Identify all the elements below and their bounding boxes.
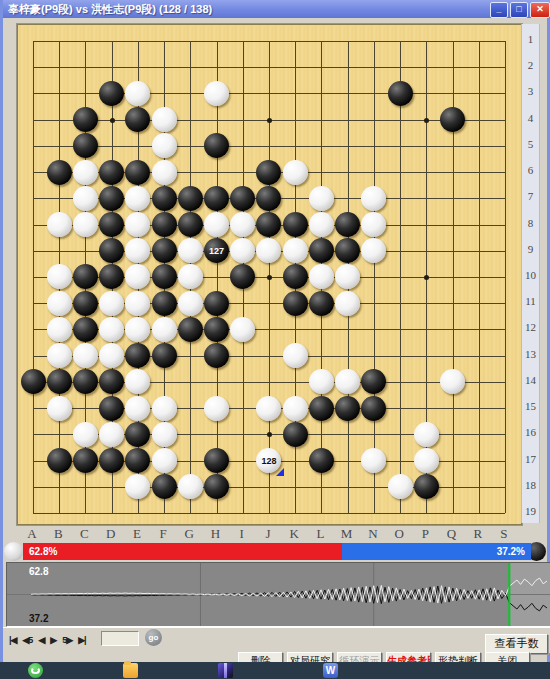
navigation-toolbar: |◀◀5◀▶5▶▶| bbox=[3, 627, 550, 653]
white-stone bbox=[73, 186, 98, 211]
white-stone bbox=[204, 81, 229, 106]
white-stone bbox=[309, 369, 334, 394]
white-stone: 128 bbox=[256, 448, 281, 473]
move-number-label: 127 bbox=[209, 246, 224, 256]
black-stone bbox=[230, 264, 255, 289]
star-point bbox=[110, 118, 115, 123]
white-stone bbox=[73, 212, 98, 237]
black-stone bbox=[361, 369, 386, 394]
row-number-label: 2 bbox=[522, 59, 539, 71]
black-stone bbox=[440, 107, 465, 132]
graph-white-value-label: 62.8 bbox=[29, 566, 48, 577]
white-stone bbox=[230, 238, 255, 263]
row-number-label: 6 bbox=[522, 164, 539, 176]
black-stone bbox=[414, 474, 439, 499]
column-letter-label: I bbox=[232, 526, 252, 542]
grid-line-v bbox=[400, 41, 401, 513]
white-stone bbox=[309, 264, 334, 289]
row-number-label: 14 bbox=[522, 374, 539, 386]
grid-line-v bbox=[479, 41, 480, 513]
close-button[interactable]: ✕ bbox=[530, 2, 550, 18]
white-stone bbox=[414, 448, 439, 473]
white-stone bbox=[335, 369, 360, 394]
white-stone bbox=[47, 291, 72, 316]
white-stone bbox=[73, 160, 98, 185]
row-number-label: 12 bbox=[522, 321, 539, 333]
white-stone bbox=[99, 291, 124, 316]
column-letter-label: N bbox=[363, 526, 383, 542]
column-letter-label: O bbox=[389, 526, 409, 542]
star-point bbox=[267, 275, 272, 280]
white-stone bbox=[309, 186, 334, 211]
black-stone bbox=[178, 317, 203, 342]
nav-button[interactable]: ▶| bbox=[78, 635, 85, 645]
column-letter-label: S bbox=[494, 526, 514, 542]
row-number-label: 17 bbox=[522, 453, 539, 465]
black-stone bbox=[256, 186, 281, 211]
white-stone bbox=[256, 396, 281, 421]
row-number-label: 18 bbox=[522, 479, 539, 491]
black-stone bbox=[335, 238, 360, 263]
black-win-rate-segment: 37.2% bbox=[342, 543, 531, 560]
black-stone bbox=[47, 369, 72, 394]
black-stone bbox=[99, 212, 124, 237]
row-number-label: 15 bbox=[522, 400, 539, 412]
white-stone bbox=[152, 317, 177, 342]
white-stone bbox=[73, 343, 98, 368]
white-stone bbox=[152, 133, 177, 158]
move-number-label: 128 bbox=[261, 456, 276, 466]
white-stone bbox=[335, 264, 360, 289]
white-stone bbox=[99, 422, 124, 447]
black-stone bbox=[309, 238, 334, 263]
white-stone bbox=[47, 212, 72, 237]
column-letter-label: P bbox=[415, 526, 435, 542]
white-stone bbox=[73, 422, 98, 447]
row-coordinates-strip: 12345678910111213141516171819 bbox=[521, 24, 540, 523]
black-stone bbox=[204, 317, 229, 342]
white-stone bbox=[283, 396, 308, 421]
row-number-label: 8 bbox=[522, 217, 539, 229]
white-stone bbox=[440, 369, 465, 394]
black-win-rate-label: 37.2% bbox=[497, 546, 525, 557]
win-rate-bar: 62.8% 37.2% bbox=[23, 543, 531, 560]
black-stone bbox=[388, 81, 413, 106]
black-stone bbox=[152, 212, 177, 237]
black-stone bbox=[125, 422, 150, 447]
black-stone bbox=[125, 107, 150, 132]
white-player-stone-icon bbox=[4, 542, 23, 561]
black-stone bbox=[309, 291, 334, 316]
wps-w-icon[interactable]: W bbox=[323, 663, 338, 678]
black-stone bbox=[99, 238, 124, 263]
row-number-label: 1 bbox=[522, 33, 539, 45]
white-stone bbox=[256, 238, 281, 263]
star-point bbox=[267, 118, 272, 123]
black-stone bbox=[125, 160, 150, 185]
black-stone: 127 bbox=[204, 238, 229, 263]
white-stone bbox=[388, 474, 413, 499]
black-stone bbox=[47, 448, 72, 473]
black-stone bbox=[125, 343, 150, 368]
white-stone bbox=[361, 212, 386, 237]
black-stone bbox=[21, 369, 46, 394]
white-stone bbox=[283, 343, 308, 368]
black-stone bbox=[125, 448, 150, 473]
black-stone bbox=[73, 107, 98, 132]
black-stone bbox=[283, 291, 308, 316]
white-stone bbox=[204, 396, 229, 421]
white-stone bbox=[152, 422, 177, 447]
black-stone bbox=[256, 160, 281, 185]
white-stone bbox=[309, 212, 334, 237]
white-stone bbox=[335, 291, 360, 316]
move-number-input[interactable] bbox=[101, 631, 139, 646]
white-win-rate-label: 62.8% bbox=[29, 546, 57, 557]
black-stone bbox=[204, 448, 229, 473]
white-stone bbox=[361, 186, 386, 211]
white-stone bbox=[204, 212, 229, 237]
view-move-numbers-button[interactable]: 查看手数 bbox=[485, 634, 548, 654]
black-stone bbox=[204, 133, 229, 158]
black-stone bbox=[335, 212, 360, 237]
black-stone bbox=[256, 212, 281, 237]
column-letter-label: M bbox=[337, 526, 357, 542]
black-stone bbox=[204, 186, 229, 211]
black-stone bbox=[178, 212, 203, 237]
grid-line-v bbox=[374, 41, 375, 513]
nav-button[interactable]: ◀5 bbox=[22, 635, 32, 645]
row-number-label: 5 bbox=[522, 138, 539, 150]
white-stone bbox=[99, 343, 124, 368]
white-stone bbox=[47, 343, 72, 368]
black-stone bbox=[73, 133, 98, 158]
white-stone bbox=[152, 107, 177, 132]
black-stone bbox=[309, 396, 334, 421]
white-stone bbox=[178, 474, 203, 499]
row-number-label: 13 bbox=[522, 348, 539, 360]
white-stone bbox=[178, 291, 203, 316]
white-stone bbox=[152, 448, 177, 473]
column-letter-label: A bbox=[22, 526, 42, 542]
green-browser-icon[interactable] bbox=[28, 663, 43, 678]
black-stone bbox=[152, 186, 177, 211]
black-stone bbox=[99, 186, 124, 211]
column-letter-label: B bbox=[48, 526, 68, 542]
row-number-label: 3 bbox=[522, 85, 539, 97]
column-letter-label: R bbox=[468, 526, 488, 542]
black-stone bbox=[230, 186, 255, 211]
white-stone bbox=[283, 238, 308, 263]
white-stone bbox=[125, 474, 150, 499]
black-stone bbox=[152, 343, 177, 368]
row-number-label: 19 bbox=[522, 505, 539, 517]
black-stone bbox=[283, 422, 308, 447]
window-title: 辜梓豪(P9段) vs 洪性志(P9段) (128 / 138) bbox=[3, 2, 212, 17]
black-stone bbox=[99, 81, 124, 106]
white-stone bbox=[414, 422, 439, 447]
white-stone bbox=[47, 396, 72, 421]
black-stone bbox=[361, 396, 386, 421]
black-stone bbox=[99, 264, 124, 289]
black-stone bbox=[204, 343, 229, 368]
white-stone bbox=[230, 317, 255, 342]
white-stone bbox=[125, 186, 150, 211]
column-letter-label: D bbox=[101, 526, 121, 542]
star-point bbox=[424, 118, 429, 123]
maximize-button[interactable]: □ bbox=[510, 2, 528, 18]
nav-buttons: |◀◀5◀▶5▶▶| bbox=[3, 629, 86, 646]
row-number-label: 9 bbox=[522, 243, 539, 255]
go-analysis-window: 辜梓豪(P9段) vs 洪性志(P9段) (128 / 138) _ □ ✕ 1… bbox=[0, 0, 550, 662]
black-stone bbox=[73, 291, 98, 316]
star-point bbox=[424, 275, 429, 280]
column-letter-label: F bbox=[153, 526, 173, 542]
white-stone bbox=[178, 238, 203, 263]
white-stone bbox=[125, 396, 150, 421]
white-stone bbox=[125, 81, 150, 106]
white-stone bbox=[125, 317, 150, 342]
white-stone bbox=[125, 291, 150, 316]
white-stone bbox=[47, 264, 72, 289]
white-stone bbox=[230, 212, 255, 237]
black-stone bbox=[204, 474, 229, 499]
nav-button[interactable]: ▶ bbox=[50, 635, 56, 645]
white-stone bbox=[283, 160, 308, 185]
black-stone bbox=[73, 317, 98, 342]
white-stone bbox=[47, 317, 72, 342]
black-stone bbox=[99, 448, 124, 473]
row-number-label: 7 bbox=[522, 190, 539, 202]
black-stone bbox=[283, 212, 308, 237]
white-stone bbox=[125, 264, 150, 289]
column-letter-label: Q bbox=[442, 526, 462, 542]
grid-line-h bbox=[33, 513, 505, 514]
grid-line-v bbox=[505, 41, 506, 513]
black-stone bbox=[99, 396, 124, 421]
row-number-label: 11 bbox=[522, 295, 539, 307]
minimize-button[interactable]: _ bbox=[490, 2, 508, 18]
white-stone bbox=[125, 212, 150, 237]
row-number-label: 16 bbox=[522, 426, 539, 438]
graph-black-value-label: 37.2 bbox=[29, 613, 48, 624]
white-stone bbox=[152, 160, 177, 185]
black-stone bbox=[73, 369, 98, 394]
white-stone bbox=[125, 238, 150, 263]
white-stone bbox=[99, 317, 124, 342]
screen: 辜梓豪(P9段) vs 洪性志(P9段) (128 / 138) _ □ ✕ 1… bbox=[0, 0, 550, 679]
row-number-label: 4 bbox=[522, 112, 539, 124]
white-stone bbox=[361, 238, 386, 263]
black-stone bbox=[152, 291, 177, 316]
white-stone bbox=[178, 264, 203, 289]
last-move-triangle-marker bbox=[276, 468, 284, 476]
black-stone bbox=[204, 291, 229, 316]
white-stone bbox=[152, 396, 177, 421]
go-board[interactable]: 127128 bbox=[17, 24, 522, 525]
win-rate-graph[interactable]: 62.8 37.2 bbox=[6, 562, 550, 627]
black-stone bbox=[152, 474, 177, 499]
black-stone bbox=[309, 448, 334, 473]
archive-icon[interactable] bbox=[218, 663, 233, 678]
black-stone bbox=[99, 160, 124, 185]
column-letter-label: G bbox=[179, 526, 199, 542]
go-button[interactable]: go bbox=[145, 629, 162, 646]
column-letter-label: J bbox=[258, 526, 278, 542]
nav-button[interactable]: |◀ bbox=[9, 635, 16, 645]
black-stone bbox=[47, 160, 72, 185]
black-stone bbox=[99, 369, 124, 394]
column-letter-label: L bbox=[310, 526, 330, 542]
title-bar[interactable]: 辜梓豪(P9段) vs 洪性志(P9段) (128 / 138) _ □ ✕ bbox=[3, 0, 550, 18]
black-stone bbox=[73, 448, 98, 473]
taskbar[interactable]: W bbox=[0, 662, 550, 679]
white-stone bbox=[125, 369, 150, 394]
nav-button[interactable]: ◀ bbox=[38, 635, 44, 645]
white-stone bbox=[361, 448, 386, 473]
black-stone bbox=[152, 238, 177, 263]
folder-icon[interactable] bbox=[123, 663, 138, 678]
nav-button[interactable]: 5▶ bbox=[62, 635, 72, 645]
black-stone bbox=[335, 396, 360, 421]
black-stone bbox=[178, 186, 203, 211]
row-number-label: 10 bbox=[522, 269, 539, 281]
black-stone bbox=[73, 264, 98, 289]
black-stone bbox=[283, 264, 308, 289]
column-letter-label: C bbox=[74, 526, 94, 542]
star-point bbox=[267, 432, 272, 437]
white-win-rate-segment: 62.8% bbox=[23, 543, 342, 560]
column-letter-label: H bbox=[206, 526, 226, 542]
column-letter-label: E bbox=[127, 526, 147, 542]
black-stone bbox=[152, 264, 177, 289]
column-letter-label: K bbox=[284, 526, 304, 542]
